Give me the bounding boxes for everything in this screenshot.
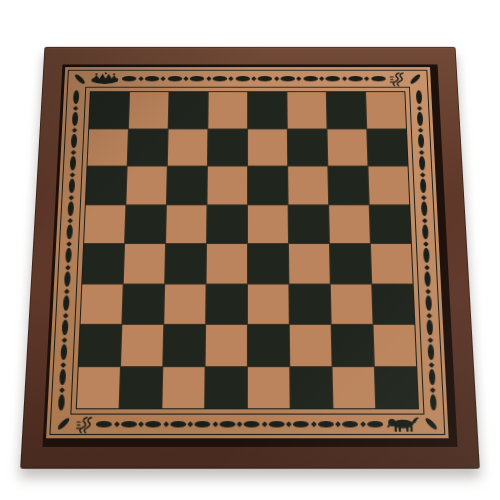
inner-border-line (70, 87, 424, 415)
square-f1[interactable] (290, 367, 332, 409)
bead-oval-icon (195, 421, 211, 427)
decorative-border (49, 70, 445, 435)
square-g5[interactable] (329, 205, 370, 243)
bead-diamond-icon (364, 76, 369, 81)
bead-diamond-icon (206, 76, 211, 81)
square-b7[interactable] (128, 129, 168, 166)
square-c8[interactable] (169, 92, 208, 128)
corner-leaf-icon (424, 417, 438, 431)
bead-oval-icon (96, 421, 112, 427)
bead-diamond-icon (64, 288, 70, 294)
bead-diamond-icon (421, 195, 427, 200)
square-d2[interactable] (206, 325, 247, 366)
square-g1[interactable] (333, 367, 376, 409)
bead-oval-icon (65, 248, 71, 263)
bead-oval-icon (430, 394, 436, 410)
bead-oval-icon (69, 179, 75, 193)
square-b6[interactable] (126, 167, 166, 204)
square-d5[interactable] (207, 205, 247, 243)
square-h6[interactable] (368, 167, 409, 204)
square-b2[interactable] (121, 325, 163, 366)
bead-diamond-icon (296, 76, 301, 81)
bead-diamond-icon (419, 149, 425, 154)
square-b4[interactable] (124, 244, 165, 283)
bead-diamond-icon (430, 387, 436, 393)
bead-diamond-icon (183, 76, 188, 81)
square-e1[interactable] (248, 367, 290, 409)
square-f7[interactable] (288, 129, 328, 166)
bead-diamond-icon (228, 76, 233, 81)
bead-diamond-icon (63, 312, 69, 318)
bead-diamond-icon (422, 218, 428, 223)
crown-icon (89, 72, 120, 86)
bead-diamond-icon (429, 362, 435, 368)
square-d7[interactable] (208, 129, 247, 166)
bead-oval-icon (145, 76, 159, 81)
square-a6[interactable] (86, 167, 127, 204)
bead-oval-icon (244, 421, 260, 427)
square-f3[interactable] (289, 284, 330, 324)
bead-oval-icon (190, 76, 204, 81)
corner-leaf-icon (409, 73, 422, 85)
square-h4[interactable] (371, 244, 413, 283)
bead-diamond-icon (251, 76, 256, 81)
square-a4[interactable] (82, 244, 124, 283)
bead-oval-icon (62, 320, 68, 335)
bead-oval-icon (121, 421, 137, 427)
bead-oval-icon (367, 421, 383, 427)
bead-oval-icon (71, 134, 77, 148)
square-a2[interactable] (79, 325, 122, 366)
bead-diamond-icon (423, 241, 429, 247)
bead-oval-icon (64, 272, 70, 287)
bead-diamond-icon (69, 195, 75, 200)
bead-oval-icon (303, 76, 317, 81)
square-d3[interactable] (206, 284, 247, 324)
square-f8[interactable] (287, 92, 326, 128)
square-b8[interactable] (129, 92, 169, 128)
square-c7[interactable] (168, 129, 208, 166)
bead-oval-icon (61, 344, 67, 360)
bead-oval-icon (219, 421, 235, 427)
bead-oval-icon (417, 112, 423, 126)
square-c6[interactable] (167, 167, 207, 204)
bead-oval-icon (318, 421, 334, 427)
bead-diamond-icon (138, 76, 143, 81)
square-f6[interactable] (288, 167, 328, 204)
bead-diamond-icon (360, 421, 366, 427)
bead-diamond-icon (261, 421, 267, 427)
bead-diamond-icon (66, 241, 72, 247)
square-d4[interactable] (207, 244, 247, 283)
corner-leaf-icon (74, 73, 87, 85)
bead-oval-icon (429, 369, 435, 385)
bead-oval-icon (348, 76, 362, 81)
scribe-marks-icon (74, 415, 95, 433)
square-c2[interactable] (163, 325, 205, 366)
square-e2[interactable] (248, 325, 289, 366)
bead-oval-icon (269, 421, 285, 427)
bead-oval-icon (145, 421, 161, 427)
bead-diamond-icon (335, 421, 341, 427)
bead-oval-icon (423, 248, 429, 263)
square-g8[interactable] (327, 92, 367, 128)
bead-diamond-icon (420, 172, 426, 177)
border-chain-top (89, 72, 406, 85)
lion-icon (385, 415, 421, 433)
square-e8[interactable] (248, 92, 287, 128)
bead-oval-icon (326, 76, 340, 81)
square-e3[interactable] (248, 284, 289, 324)
bead-diamond-icon (424, 264, 430, 270)
square-h8[interactable] (366, 92, 406, 128)
bead-oval-icon (280, 76, 294, 81)
bead-oval-icon (420, 179, 426, 193)
bead-diamond-icon (274, 76, 279, 81)
bead-oval-icon (419, 156, 425, 170)
bead-oval-icon (418, 134, 424, 148)
square-e7[interactable] (248, 129, 287, 166)
scribe-marks-icon (387, 71, 406, 86)
bead-diamond-icon (161, 76, 166, 81)
bead-oval-icon (416, 90, 422, 104)
bead-diamond-icon (426, 312, 432, 318)
square-d6[interactable] (207, 167, 247, 204)
square-a3[interactable] (81, 284, 123, 324)
bead-diamond-icon (70, 172, 76, 177)
bead-diamond-icon (341, 76, 346, 81)
bead-diamond-icon (73, 105, 78, 110)
square-g6[interactable] (328, 167, 368, 204)
bead-diamond-icon (72, 127, 77, 132)
bead-oval-icon (424, 272, 430, 287)
bead-oval-icon (422, 225, 428, 240)
square-e6[interactable] (248, 167, 288, 204)
square-b5[interactable] (125, 205, 166, 243)
square-h3[interactable] (372, 284, 414, 324)
square-g2[interactable] (332, 325, 374, 366)
bead-oval-icon (342, 421, 358, 427)
bead-oval-icon (59, 369, 65, 385)
square-f2[interactable] (290, 325, 332, 366)
bead-oval-icon (58, 394, 64, 410)
bead-diamond-icon (138, 421, 144, 427)
bead-diamond-icon (319, 76, 324, 81)
bead-diamond-icon (65, 264, 71, 270)
square-g3[interactable] (331, 284, 373, 324)
square-f4[interactable] (289, 244, 330, 283)
square-e4[interactable] (248, 244, 288, 283)
square-a1[interactable] (77, 367, 120, 409)
corner-leaf-icon (56, 417, 70, 431)
bead-diamond-icon (417, 105, 422, 110)
bead-oval-icon (70, 156, 76, 170)
bead-oval-icon (293, 421, 309, 427)
square-d1[interactable] (205, 367, 247, 409)
square-c5[interactable] (166, 205, 206, 243)
bead-diamond-icon (286, 421, 292, 427)
border-chain-bottom (74, 417, 421, 432)
bead-oval-icon (72, 112, 78, 126)
bead-oval-icon (235, 76, 249, 81)
square-g4[interactable] (330, 244, 371, 283)
square-b1[interactable] (120, 367, 163, 409)
bead-oval-icon (67, 225, 73, 240)
bead-diamond-icon (187, 421, 193, 427)
bead-oval-icon (428, 344, 434, 360)
square-c1[interactable] (162, 367, 204, 409)
bead-oval-icon (68, 202, 74, 216)
bead-diamond-icon (427, 337, 433, 343)
bead-oval-icon (213, 76, 227, 81)
square-c4[interactable] (165, 244, 206, 283)
bead-oval-icon (167, 76, 181, 81)
bead-oval-icon (426, 296, 432, 311)
bead-oval-icon (63, 296, 69, 311)
square-a8[interactable] (89, 92, 129, 128)
bead-oval-icon (73, 90, 79, 104)
bead-diamond-icon (237, 421, 243, 427)
chess-board (20, 47, 480, 469)
wooden-frame (20, 47, 480, 469)
square-f5[interactable] (289, 205, 329, 243)
square-h7[interactable] (367, 129, 407, 166)
bead-oval-icon (122, 76, 136, 81)
square-d8[interactable] (208, 92, 247, 128)
square-b3[interactable] (122, 284, 164, 324)
bead-diamond-icon (212, 421, 218, 427)
bead-diamond-icon (425, 288, 431, 294)
bead-diamond-icon (59, 387, 65, 393)
frame-groove (42, 64, 457, 446)
square-h2[interactable] (374, 325, 417, 366)
bead-diamond-icon (67, 218, 73, 223)
square-e5[interactable] (248, 205, 288, 243)
square-a5[interactable] (84, 205, 125, 243)
bead-oval-icon (427, 320, 433, 335)
bead-diamond-icon (71, 149, 77, 154)
square-c3[interactable] (164, 284, 205, 324)
photo-background (0, 0, 500, 500)
square-a7[interactable] (88, 129, 128, 166)
square-h1[interactable] (375, 367, 418, 409)
bead-diamond-icon (62, 337, 68, 343)
bead-oval-icon (371, 76, 386, 81)
bead-oval-icon (258, 76, 272, 81)
bead-diamond-icon (113, 421, 119, 427)
bead-diamond-icon (418, 127, 423, 132)
bead-oval-icon (421, 202, 427, 216)
bead-diamond-icon (310, 421, 316, 427)
bead-diamond-icon (60, 362, 66, 368)
bead-oval-icon (170, 421, 186, 427)
square-g7[interactable] (328, 129, 368, 166)
bead-diamond-icon (163, 421, 169, 427)
square-h5[interactable] (370, 205, 411, 243)
board-surface (46, 67, 449, 438)
checkerboard (76, 91, 419, 409)
